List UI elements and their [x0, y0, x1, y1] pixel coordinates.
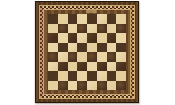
brand-stamp	[86, 10, 97, 13]
square-d4[interactable]	[77, 52, 87, 62]
square-f1[interactable]	[97, 81, 107, 91]
square-a2[interactable]	[48, 71, 58, 81]
square-e6[interactable]	[87, 33, 97, 43]
square-a6[interactable]	[48, 33, 58, 43]
square-c7[interactable]	[68, 24, 78, 34]
inner-frame-band	[44, 10, 130, 94]
square-g3[interactable]	[107, 62, 117, 72]
square-g2[interactable]	[107, 71, 117, 81]
square-a5[interactable]	[48, 43, 58, 53]
outer-frame-band	[36, 2, 138, 102]
square-h2[interactable]	[116, 71, 126, 81]
square-f5[interactable]	[97, 43, 107, 53]
square-b3[interactable]	[58, 62, 68, 72]
square-h7[interactable]	[116, 24, 126, 34]
square-b6[interactable]	[58, 33, 68, 43]
square-b1[interactable]	[58, 81, 68, 91]
square-d2[interactable]	[77, 71, 87, 81]
square-e3[interactable]	[87, 62, 97, 72]
square-g4[interactable]	[107, 52, 117, 62]
square-c5[interactable]	[68, 43, 78, 53]
square-d7[interactable]	[77, 24, 87, 34]
square-e5[interactable]	[87, 43, 97, 53]
square-f6[interactable]	[97, 33, 107, 43]
square-h6[interactable]	[116, 33, 126, 43]
square-g5[interactable]	[107, 43, 117, 53]
square-c3[interactable]	[68, 62, 78, 72]
square-c6[interactable]	[68, 33, 78, 43]
square-g8[interactable]	[107, 14, 117, 24]
square-d6[interactable]	[77, 33, 87, 43]
square-d3[interactable]	[77, 62, 87, 72]
square-b2[interactable]	[58, 71, 68, 81]
square-f2[interactable]	[97, 71, 107, 81]
square-d8[interactable]	[77, 14, 87, 24]
square-e4[interactable]	[87, 52, 97, 62]
square-h1[interactable]	[116, 81, 126, 91]
square-c8[interactable]	[68, 14, 78, 24]
square-e8[interactable]	[87, 14, 97, 24]
square-a7[interactable]	[48, 24, 58, 34]
square-h4[interactable]	[116, 52, 126, 62]
square-a8[interactable]	[48, 14, 58, 24]
square-f7[interactable]	[97, 24, 107, 34]
square-f3[interactable]	[97, 62, 107, 72]
square-b7[interactable]	[58, 24, 68, 34]
square-a1[interactable]	[48, 81, 58, 91]
playing-grid	[48, 14, 126, 90]
square-d5[interactable]	[77, 43, 87, 53]
square-c1[interactable]	[68, 81, 78, 91]
square-e7[interactable]	[87, 24, 97, 34]
square-c2[interactable]	[68, 71, 78, 81]
square-f8[interactable]	[97, 14, 107, 24]
square-b8[interactable]	[58, 14, 68, 24]
square-h8[interactable]	[116, 14, 126, 24]
square-b4[interactable]	[58, 52, 68, 62]
square-g1[interactable]	[107, 81, 117, 91]
square-e1[interactable]	[87, 81, 97, 91]
square-g7[interactable]	[107, 24, 117, 34]
square-f4[interactable]	[97, 52, 107, 62]
chess-board	[35, 1, 139, 103]
square-b5[interactable]	[58, 43, 68, 53]
square-h5[interactable]	[116, 43, 126, 53]
inner-pinline	[43, 9, 131, 95]
square-g6[interactable]	[107, 33, 117, 43]
square-c4[interactable]	[68, 52, 78, 62]
square-d1[interactable]	[77, 81, 87, 91]
product-photo-scene	[0, 0, 175, 105]
mosaic-inlay-band	[40, 6, 134, 98]
square-e2[interactable]	[87, 71, 97, 81]
square-a4[interactable]	[48, 52, 58, 62]
square-a3[interactable]	[48, 62, 58, 72]
outer-pinline	[39, 5, 135, 99]
square-h3[interactable]	[116, 62, 126, 72]
